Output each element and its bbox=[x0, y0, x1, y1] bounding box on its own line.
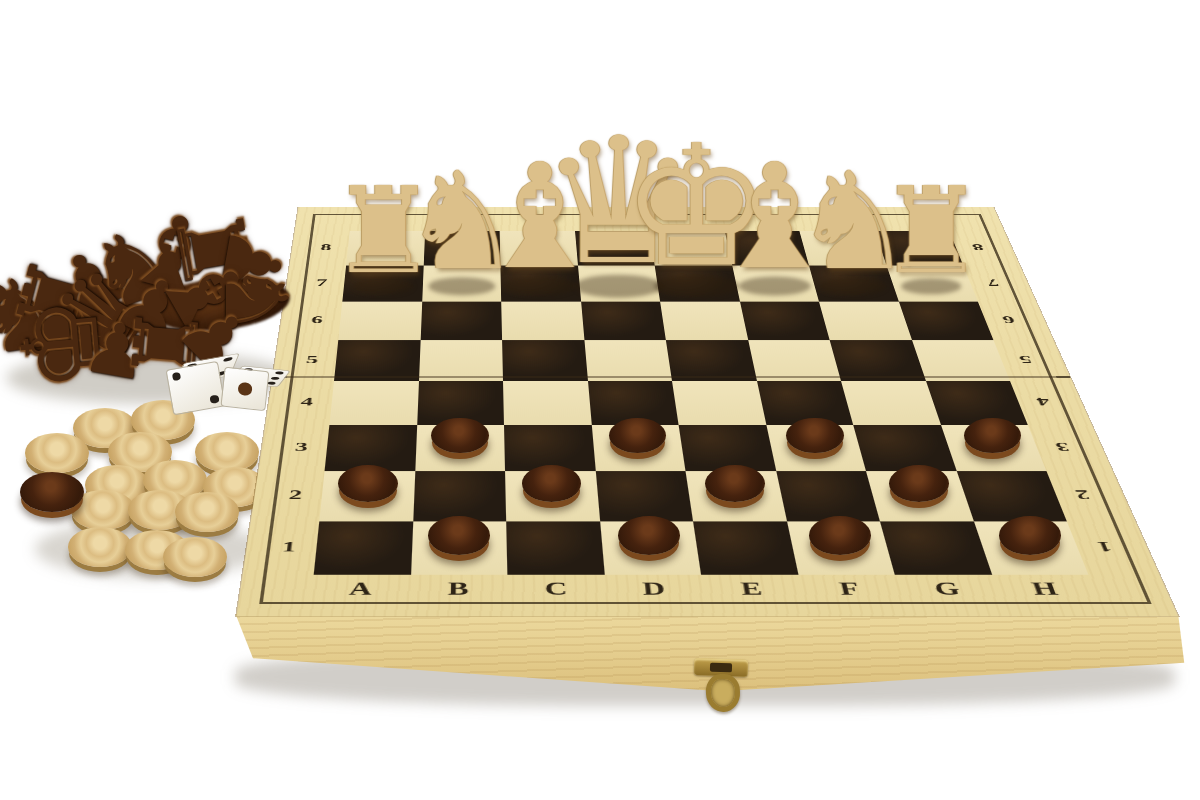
square-b6[interactable] bbox=[420, 302, 502, 340]
rank-label-left-2: 2 bbox=[273, 487, 318, 503]
square-b2[interactable] bbox=[413, 471, 506, 521]
file-label-d: D bbox=[630, 579, 679, 600]
die-pip bbox=[171, 372, 181, 381]
square-f6[interactable] bbox=[740, 302, 830, 340]
square-g8[interactable] bbox=[799, 231, 886, 265]
rank-label-left-3: 3 bbox=[280, 439, 324, 454]
square-b3[interactable] bbox=[415, 425, 505, 472]
square-h3[interactable] bbox=[940, 425, 1046, 472]
square-e6[interactable] bbox=[660, 302, 748, 340]
square-a6[interactable] bbox=[338, 302, 421, 340]
square-h4[interactable] bbox=[926, 381, 1028, 425]
square-a5[interactable] bbox=[334, 340, 420, 381]
square-a7[interactable] bbox=[342, 265, 423, 301]
file-label-g: G bbox=[921, 579, 974, 600]
square-c4[interactable] bbox=[503, 381, 591, 425]
square-g4[interactable] bbox=[841, 381, 940, 425]
product-photo-scene: ABCDEFGH8765432187654321 ♞♜♟♞♝♜♟♛♟♝♞♚♟♜♟… bbox=[0, 0, 1200, 800]
square-a3[interactable] bbox=[325, 425, 417, 472]
rank-label-right-2: 2 bbox=[1057, 487, 1107, 503]
square-e2[interactable] bbox=[686, 471, 787, 521]
square-c7[interactable] bbox=[500, 265, 580, 301]
square-f1[interactable] bbox=[786, 521, 894, 575]
square-e7[interactable] bbox=[655, 265, 740, 301]
light-checker[interactable] bbox=[175, 492, 239, 532]
square-f4[interactable] bbox=[757, 381, 854, 425]
square-a8[interactable] bbox=[346, 231, 425, 265]
rank-label-right-1: 1 bbox=[1078, 538, 1130, 555]
square-c8[interactable] bbox=[500, 231, 578, 265]
rank-label-left-4: 4 bbox=[286, 395, 328, 409]
chess-checkers-board: ABCDEFGH8765432187654321 bbox=[236, 207, 1178, 616]
square-c5[interactable] bbox=[502, 340, 587, 381]
square-f3[interactable] bbox=[766, 425, 866, 472]
die-pip bbox=[270, 376, 280, 379]
light-checker[interactable] bbox=[163, 537, 227, 577]
light-checker[interactable] bbox=[25, 433, 89, 473]
die-front-face-1 bbox=[221, 367, 270, 411]
square-d3[interactable] bbox=[591, 425, 685, 472]
square-d4[interactable] bbox=[588, 381, 679, 425]
square-e5[interactable] bbox=[666, 340, 757, 381]
square-g1[interactable] bbox=[880, 521, 992, 575]
file-label-f: F bbox=[824, 579, 875, 600]
file-label-e: E bbox=[727, 579, 777, 600]
file-label-c: C bbox=[533, 579, 580, 600]
die-front-face-2 bbox=[165, 361, 225, 415]
fold-seam bbox=[272, 376, 1070, 378]
rank-label-right-6: 6 bbox=[987, 314, 1030, 326]
die-pip bbox=[209, 395, 219, 404]
square-e4[interactable] bbox=[672, 381, 766, 425]
square-g2[interactable] bbox=[866, 471, 973, 521]
square-g3[interactable] bbox=[853, 425, 956, 472]
rank-label-right-3: 3 bbox=[1038, 439, 1086, 454]
rank-label-left-1: 1 bbox=[266, 538, 313, 555]
light-checker[interactable] bbox=[68, 527, 132, 567]
square-h5[interactable] bbox=[912, 340, 1010, 381]
square-g5[interactable] bbox=[830, 340, 926, 381]
square-c6[interactable] bbox=[501, 302, 584, 340]
square-d1[interactable] bbox=[600, 521, 701, 575]
squares-grid bbox=[314, 231, 1089, 575]
file-label-a: A bbox=[337, 579, 385, 600]
square-g7[interactable] bbox=[809, 265, 898, 301]
board-perspective-wrap: ABCDEFGH8765432187654321 bbox=[212, 0, 1132, 781]
square-h7[interactable] bbox=[886, 265, 978, 301]
square-b4[interactable] bbox=[417, 381, 504, 425]
square-g6[interactable] bbox=[819, 302, 912, 340]
square-b5[interactable] bbox=[419, 340, 504, 381]
square-b7[interactable] bbox=[422, 265, 501, 301]
square-e8[interactable] bbox=[650, 231, 732, 265]
rank-label-right-8: 8 bbox=[957, 242, 998, 253]
square-h2[interactable] bbox=[956, 471, 1066, 521]
rank-label-right-5: 5 bbox=[1003, 353, 1048, 366]
square-f2[interactable] bbox=[776, 471, 880, 521]
file-label-h: H bbox=[1018, 579, 1072, 600]
rank-label-right-7: 7 bbox=[971, 277, 1013, 289]
square-a4[interactable] bbox=[329, 381, 418, 425]
die-2[interactable] bbox=[220, 351, 273, 417]
rank-label-right-4: 4 bbox=[1020, 395, 1067, 409]
square-d5[interactable] bbox=[584, 340, 672, 381]
square-e1[interactable] bbox=[693, 521, 798, 575]
file-label-b: B bbox=[435, 579, 482, 600]
square-a1[interactable] bbox=[314, 521, 413, 575]
dark-checker-in-pile[interactable] bbox=[20, 472, 84, 512]
square-d8[interactable] bbox=[575, 231, 655, 265]
rank-label-left-7: 7 bbox=[303, 277, 341, 289]
square-b8[interactable] bbox=[423, 231, 500, 265]
square-c3[interactable] bbox=[504, 425, 595, 472]
square-h6[interactable] bbox=[898, 302, 993, 340]
light-checker[interactable] bbox=[195, 432, 259, 472]
square-c2[interactable] bbox=[505, 471, 600, 521]
square-a2[interactable] bbox=[319, 471, 414, 521]
rank-label-left-5: 5 bbox=[292, 353, 333, 366]
die-pip bbox=[274, 371, 284, 374]
square-f7[interactable] bbox=[732, 265, 819, 301]
square-d6[interactable] bbox=[581, 302, 666, 340]
square-f8[interactable] bbox=[724, 231, 808, 265]
rank-label-left-8: 8 bbox=[308, 242, 345, 253]
square-h1[interactable] bbox=[973, 521, 1088, 575]
square-h8[interactable] bbox=[874, 231, 963, 265]
square-b1[interactable] bbox=[411, 521, 508, 575]
square-e3[interactable] bbox=[679, 425, 776, 472]
square-d2[interactable] bbox=[595, 471, 693, 521]
square-c1[interactable] bbox=[506, 521, 604, 575]
die-pip bbox=[237, 382, 253, 396]
square-d7[interactable] bbox=[578, 265, 661, 301]
square-f5[interactable] bbox=[748, 340, 841, 381]
